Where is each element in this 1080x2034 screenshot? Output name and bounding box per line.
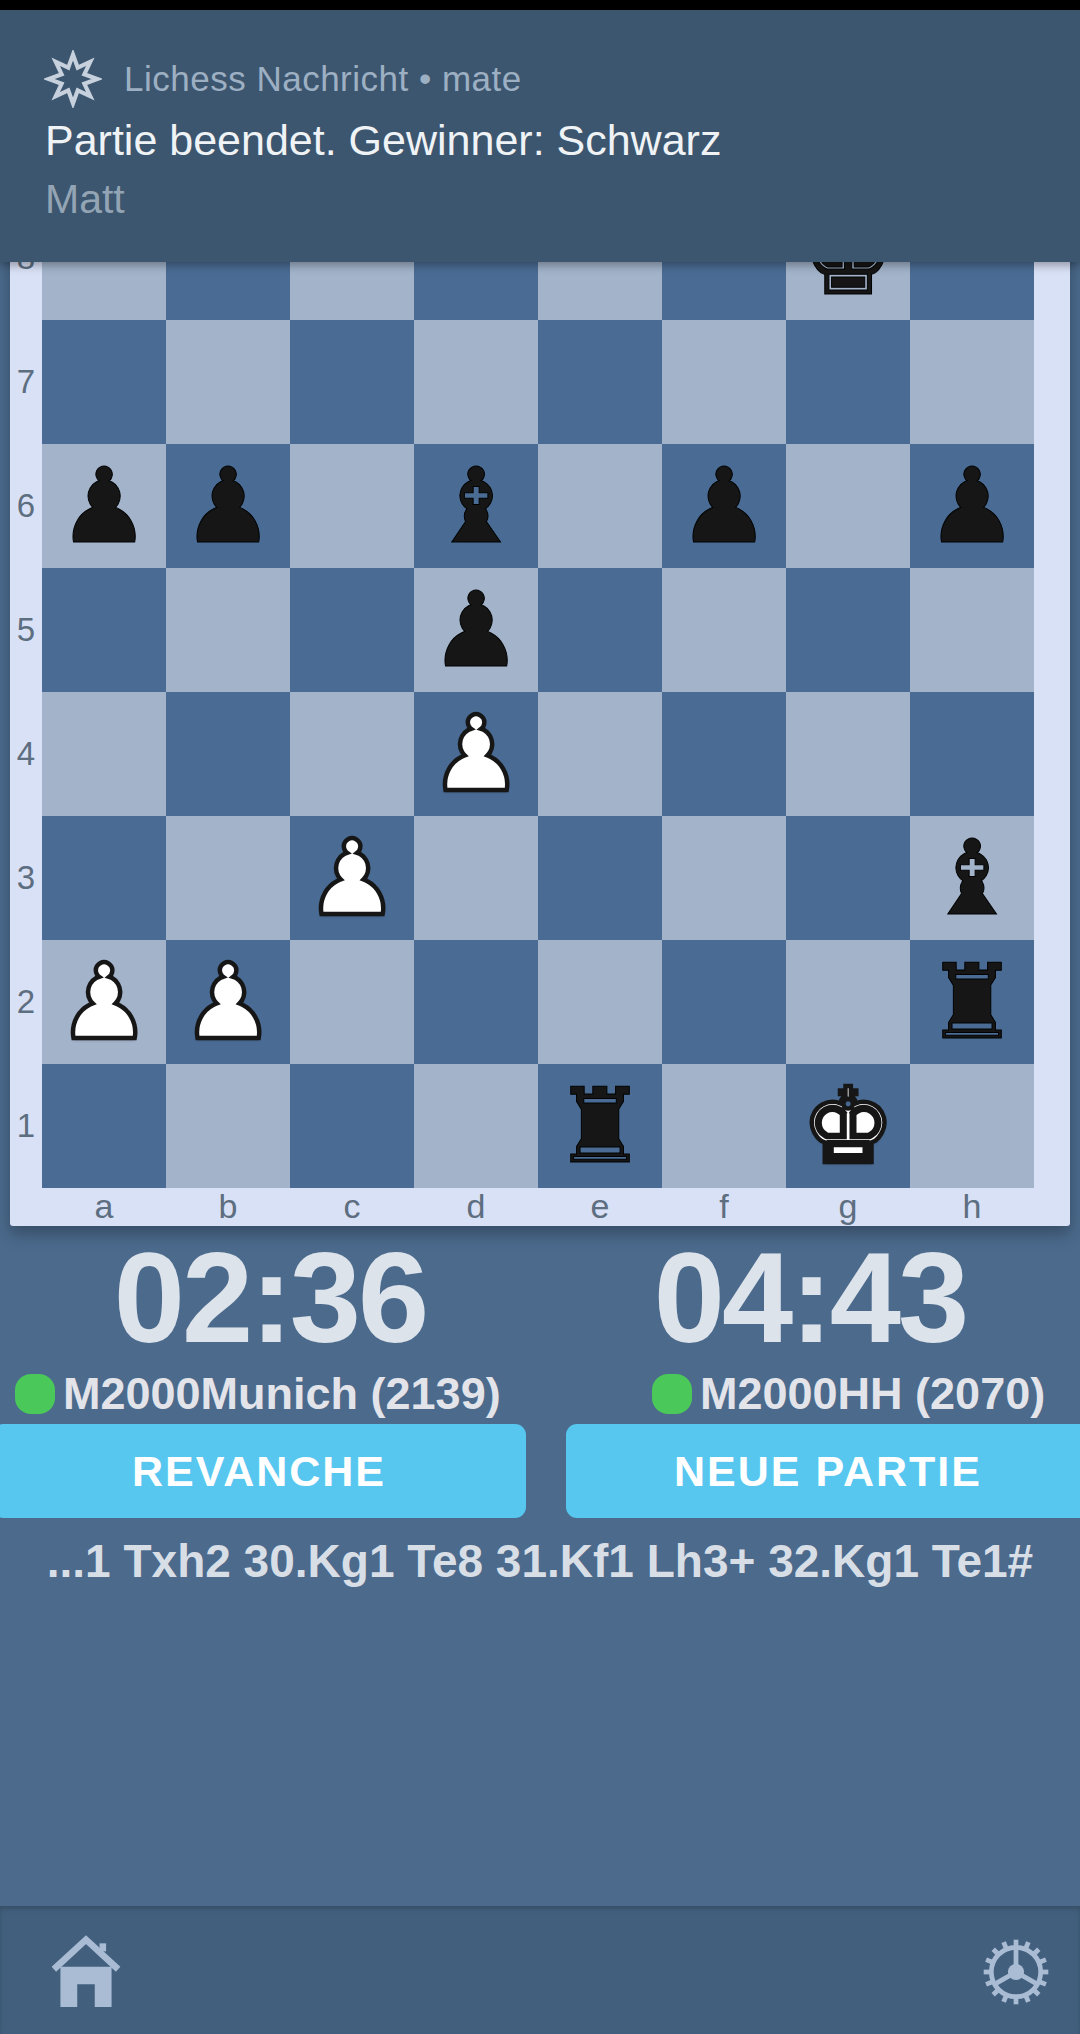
settings-gear-icon[interactable] [978, 1934, 1054, 2014]
rank-label-6: 6 [10, 444, 42, 568]
square-a6[interactable]: ♟ [42, 444, 166, 568]
move-list: ...1 Txh2 30.Kg1 Te8 31.Kf1 Lh3+ 32.Kg1 … [0, 1534, 1080, 1588]
white-player: M2000Munich (2139) [15, 1366, 501, 1422]
square-a1[interactable] [42, 1064, 166, 1188]
notification-source: Lichess Nachricht • mate [124, 59, 522, 99]
square-g7[interactable] [786, 320, 910, 444]
square-g4[interactable] [786, 692, 910, 816]
game-result-text: Partie beendet. Gewinner: Schwarz [45, 116, 721, 165]
square-d2[interactable] [414, 940, 538, 1064]
piece-br-e1[interactable]: ♜ [553, 1064, 646, 1188]
square-g1[interactable]: ♚ [786, 1064, 910, 1188]
piece-bp-h6[interactable]: ♟ [925, 444, 1018, 568]
rematch-button[interactable]: REVANCHE [0, 1424, 526, 1518]
square-d3[interactable] [414, 816, 538, 940]
piece-bb-h3[interactable]: ♝ [925, 816, 1018, 940]
file-label-a: a [42, 1188, 166, 1226]
square-g3[interactable] [786, 816, 910, 940]
square-d1[interactable] [414, 1064, 538, 1188]
status-bar [0, 0, 1080, 10]
square-c2[interactable] [290, 940, 414, 1064]
square-e3[interactable] [538, 816, 662, 940]
square-h7[interactable] [910, 320, 1034, 444]
square-c6[interactable] [290, 444, 414, 568]
square-b7[interactable] [166, 320, 290, 444]
square-f2[interactable] [662, 940, 786, 1064]
new-game-button[interactable]: NEUE PARTIE [566, 1424, 1080, 1518]
square-h4[interactable] [910, 692, 1034, 816]
black-player: M2000HH (2070) [652, 1366, 1045, 1422]
square-a5[interactable] [42, 568, 166, 692]
square-g2[interactable] [786, 940, 910, 1064]
square-e6[interactable] [538, 444, 662, 568]
online-status-dot [15, 1374, 55, 1414]
online-status-dot [652, 1374, 692, 1414]
piece-bp-f6[interactable]: ♟ [677, 444, 770, 568]
piece-bp-a6[interactable]: ♟ [57, 444, 150, 568]
rank-label-1: 1 [10, 1064, 42, 1188]
square-c7[interactable] [290, 320, 414, 444]
piece-wk-g1[interactable]: ♚ [801, 1064, 894, 1188]
bottom-nav-bar [0, 1906, 1080, 2034]
square-e1[interactable]: ♜ [538, 1064, 662, 1188]
rank-label-5: 5 [10, 568, 42, 692]
square-e7[interactable] [538, 320, 662, 444]
file-label-h: h [910, 1188, 1034, 1226]
square-c5[interactable] [290, 568, 414, 692]
square-g5[interactable] [786, 568, 910, 692]
square-h6[interactable]: ♟ [910, 444, 1034, 568]
piece-bp-b6[interactable]: ♟ [181, 444, 274, 568]
result-reason-text: Matt [45, 176, 125, 223]
file-label-b: b [166, 1188, 290, 1226]
square-c4[interactable] [290, 692, 414, 816]
square-e4[interactable] [538, 692, 662, 816]
piece-wp-d4[interactable]: ♟ [429, 692, 522, 816]
square-b4[interactable] [166, 692, 290, 816]
square-b6[interactable]: ♟ [166, 444, 290, 568]
white-clock: 02:36 [0, 1232, 540, 1364]
rank-label-7: 7 [10, 320, 42, 444]
white-player-name: M2000Munich (2139) [63, 1368, 501, 1420]
file-label-f: f [662, 1188, 786, 1226]
rank-labels: 87654321 [10, 196, 42, 1188]
piece-wp-c3[interactable]: ♟ [305, 816, 398, 940]
piece-wp-b2[interactable]: ♟ [181, 940, 274, 1064]
file-label-g: g [786, 1188, 910, 1226]
square-a3[interactable] [42, 816, 166, 940]
square-f5[interactable] [662, 568, 786, 692]
square-e2[interactable] [538, 940, 662, 1064]
rank-label-2: 2 [10, 940, 42, 1064]
square-b1[interactable] [166, 1064, 290, 1188]
square-b5[interactable] [166, 568, 290, 692]
square-d4[interactable]: ♟ [414, 692, 538, 816]
square-h3[interactable]: ♝ [910, 816, 1034, 940]
square-f6[interactable]: ♟ [662, 444, 786, 568]
board-squares[interactable]: ♚♟♟♝♟♟♟♟♟♝♟♟♜♜♚ [42, 196, 1034, 1188]
piece-wp-a2[interactable]: ♟ [57, 940, 150, 1064]
piece-br-h2[interactable]: ♜ [925, 940, 1018, 1064]
square-e5[interactable] [538, 568, 662, 692]
file-label-d: d [414, 1188, 538, 1226]
square-d7[interactable] [414, 320, 538, 444]
rank-label-4: 4 [10, 692, 42, 816]
square-c3[interactable]: ♟ [290, 816, 414, 940]
clock-row: 02:36 04:43 [0, 1232, 1080, 1364]
notification-header: Lichess Nachricht • mate Partie beendet.… [0, 0, 1080, 262]
file-labels: abcdefgh [42, 1188, 1034, 1226]
chess-board[interactable]: 87654321 ♚♟♟♝♟♟♟♟♟♝♟♟♜♜♚ abcdefgh [10, 158, 1070, 1226]
square-b2[interactable]: ♟ [166, 940, 290, 1064]
square-g6[interactable] [786, 444, 910, 568]
square-d5[interactable]: ♟ [414, 568, 538, 692]
square-a7[interactable] [42, 320, 166, 444]
square-a2[interactable]: ♟ [42, 940, 166, 1064]
home-icon[interactable] [42, 1928, 130, 2016]
black-player-name: M2000HH (2070) [700, 1368, 1045, 1420]
file-label-c: c [290, 1188, 414, 1226]
square-f7[interactable] [662, 320, 786, 444]
file-label-e: e [538, 1188, 662, 1226]
eight-point-star-icon [44, 50, 102, 108]
square-f4[interactable] [662, 692, 786, 816]
square-a4[interactable] [42, 692, 166, 816]
square-h1[interactable] [910, 1064, 1034, 1188]
piece-bb-d6[interactable]: ♝ [429, 444, 522, 568]
square-f1[interactable] [662, 1064, 786, 1188]
black-clock: 04:43 [540, 1232, 1080, 1364]
rank-label-3: 3 [10, 816, 42, 940]
square-d6[interactable]: ♝ [414, 444, 538, 568]
square-f3[interactable] [662, 816, 786, 940]
square-b3[interactable] [166, 816, 290, 940]
square-h5[interactable] [910, 568, 1034, 692]
piece-bp-d5[interactable]: ♟ [429, 568, 522, 692]
player-row: M2000Munich (2139) M2000HH (2070) [0, 1366, 1080, 1422]
square-h2[interactable]: ♜ [910, 940, 1034, 1064]
square-c1[interactable] [290, 1064, 414, 1188]
